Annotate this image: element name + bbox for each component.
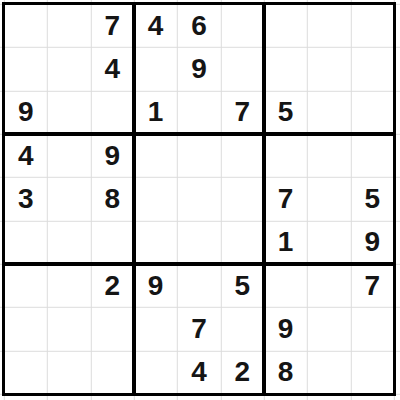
cell-r9c7[interactable]: 8 [264, 351, 307, 394]
cell-r8c2[interactable] [47, 307, 90, 350]
cell-r3c2[interactable] [47, 91, 90, 134]
cell-r5c4[interactable] [134, 177, 177, 220]
cell-r5c6[interactable] [221, 177, 264, 220]
cell-r6c1[interactable] [4, 221, 47, 264]
cell-r8c6[interactable] [221, 307, 264, 350]
cell-r4c6[interactable] [221, 134, 264, 177]
cell-r2c1[interactable] [4, 47, 47, 90]
cell-r9c8[interactable] [307, 351, 350, 394]
cell-r4c1[interactable]: 4 [4, 134, 47, 177]
cell-r2c8[interactable] [307, 47, 350, 90]
cell-r3c5[interactable] [177, 91, 220, 134]
cell-r6c9[interactable]: 9 [351, 221, 394, 264]
cell-r1c3[interactable]: 7 [91, 4, 134, 47]
cell-r6c5[interactable] [177, 221, 220, 264]
cell-r9c6[interactable]: 2 [221, 351, 264, 394]
cell-r7c5[interactable] [177, 264, 220, 307]
cell-r3c6[interactable]: 7 [221, 91, 264, 134]
cell-r8c5[interactable]: 7 [177, 307, 220, 350]
cell-r5c9[interactable]: 5 [351, 177, 394, 220]
cell-r2c3[interactable]: 4 [91, 47, 134, 90]
cell-r1c4[interactable]: 4 [134, 4, 177, 47]
cell-r4c7[interactable] [264, 134, 307, 177]
cell-r4c9[interactable] [351, 134, 394, 177]
cell-r1c7[interactable] [264, 4, 307, 47]
cell-r9c1[interactable] [4, 351, 47, 394]
cell-r9c3[interactable] [91, 351, 134, 394]
cell-r5c3[interactable]: 8 [91, 177, 134, 220]
cell-r6c8[interactable] [307, 221, 350, 264]
cell-r5c2[interactable] [47, 177, 90, 220]
cell-r1c2[interactable] [47, 4, 90, 47]
cell-r7c9[interactable]: 7 [351, 264, 394, 307]
cell-r2c4[interactable] [134, 47, 177, 90]
cell-r8c8[interactable] [307, 307, 350, 350]
cell-r2c7[interactable] [264, 47, 307, 90]
cell-r4c4[interactable] [134, 134, 177, 177]
cell-r1c1[interactable] [4, 4, 47, 47]
cell-r1c5[interactable]: 6 [177, 4, 220, 47]
cell-r2c2[interactable] [47, 47, 90, 90]
sudoku-grid: 74649917549387519295779428 [4, 4, 394, 394]
cell-r8c9[interactable] [351, 307, 394, 350]
cell-r8c3[interactable] [91, 307, 134, 350]
cell-r7c8[interactable] [307, 264, 350, 307]
cell-r7c4[interactable]: 9 [134, 264, 177, 307]
cell-r7c6[interactable]: 5 [221, 264, 264, 307]
cell-r1c8[interactable] [307, 4, 350, 47]
cell-r3c8[interactable] [307, 91, 350, 134]
cell-r6c3[interactable] [91, 221, 134, 264]
cell-r6c7[interactable]: 1 [264, 221, 307, 264]
cell-r2c9[interactable] [351, 47, 394, 90]
cell-r6c2[interactable] [47, 221, 90, 264]
cell-r7c7[interactable] [264, 264, 307, 307]
cell-r4c3[interactable]: 9 [91, 134, 134, 177]
cell-r6c4[interactable] [134, 221, 177, 264]
cell-r1c6[interactable] [221, 4, 264, 47]
cell-r9c5[interactable]: 4 [177, 351, 220, 394]
cell-r3c7[interactable]: 5 [264, 91, 307, 134]
cell-r3c4[interactable]: 1 [134, 91, 177, 134]
cell-r9c2[interactable] [47, 351, 90, 394]
sudoku-board: 74649917549387519295779428 [0, 0, 400, 400]
cell-r7c3[interactable]: 2 [91, 264, 134, 307]
cell-r8c7[interactable]: 9 [264, 307, 307, 350]
cell-r3c1[interactable]: 9 [4, 91, 47, 134]
cell-r4c8[interactable] [307, 134, 350, 177]
cell-r5c1[interactable]: 3 [4, 177, 47, 220]
cell-r8c1[interactable] [4, 307, 47, 350]
cell-r2c5[interactable]: 9 [177, 47, 220, 90]
cell-r9c4[interactable] [134, 351, 177, 394]
cell-r1c9[interactable] [351, 4, 394, 47]
cell-r9c9[interactable] [351, 351, 394, 394]
cell-r7c2[interactable] [47, 264, 90, 307]
cell-r4c2[interactable] [47, 134, 90, 177]
cell-r3c3[interactable] [91, 91, 134, 134]
cell-r4c5[interactable] [177, 134, 220, 177]
cell-r2c6[interactable] [221, 47, 264, 90]
cell-r5c5[interactable] [177, 177, 220, 220]
cell-r5c7[interactable]: 7 [264, 177, 307, 220]
cell-r3c9[interactable] [351, 91, 394, 134]
cell-r6c6[interactable] [221, 221, 264, 264]
cell-r8c4[interactable] [134, 307, 177, 350]
cell-r7c1[interactable] [4, 264, 47, 307]
cell-r5c8[interactable] [307, 177, 350, 220]
